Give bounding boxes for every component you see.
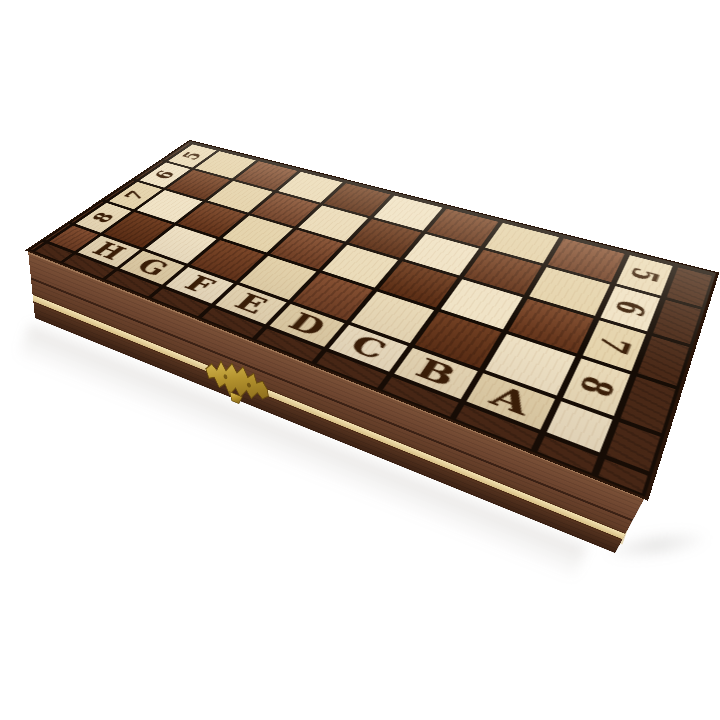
rank-label-glyph: 7 — [593, 333, 636, 358]
rank-label-glyph: 8 — [89, 210, 118, 224]
product-photo-chess-box: 55667788HGFEDCBA — [0, 0, 720, 720]
rank-label-glyph: 5 — [626, 265, 665, 284]
rank-label-glyph: 8 — [574, 372, 619, 400]
rank-label-glyph: 5 — [179, 150, 205, 161]
rank-label-glyph: 6 — [610, 297, 651, 319]
file-label-glyph: F — [180, 273, 219, 298]
rank-label-glyph: 6 — [151, 169, 178, 181]
file-label-glyph: E — [230, 290, 272, 317]
rank-label-glyph: 7 — [121, 189, 149, 202]
